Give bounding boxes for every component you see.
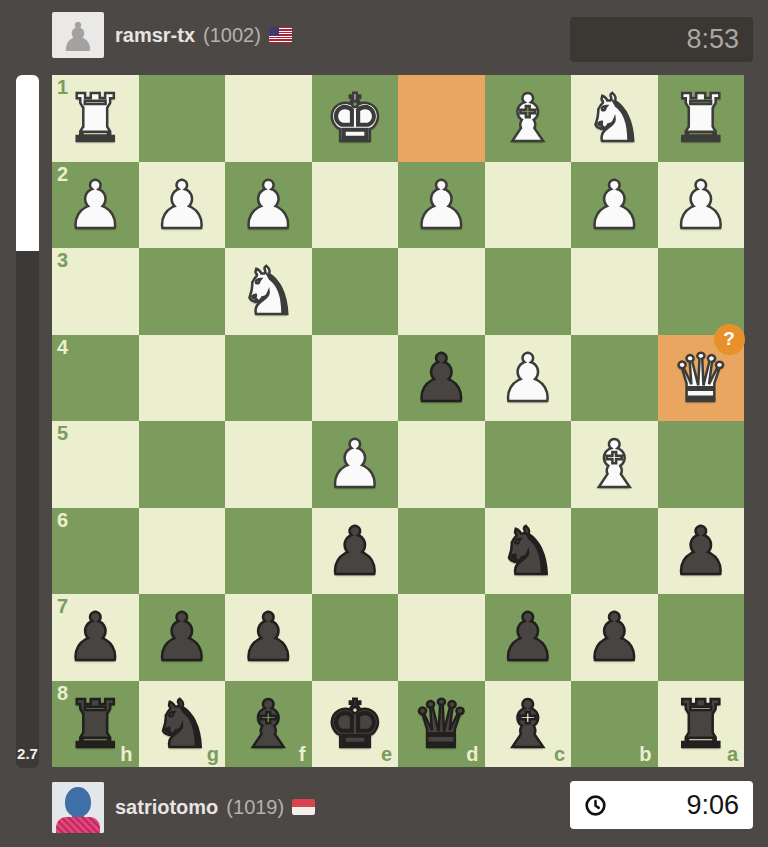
square-f2[interactable]: ♟ — [225, 162, 312, 249]
square-d5[interactable] — [398, 421, 485, 508]
square-c6[interactable]: ♞ — [485, 508, 572, 595]
square-g6[interactable] — [139, 508, 226, 595]
white-pawn-piece[interactable]: ♟ — [66, 163, 125, 249]
black-pawn-piece[interactable]: ♟ — [585, 595, 644, 681]
square-c7[interactable]: ♟ — [485, 594, 572, 681]
evaluation-score: 2.7 — [10, 745, 45, 762]
square-e4[interactable] — [312, 335, 399, 422]
square-h8[interactable]: 8h♜ — [52, 681, 139, 768]
square-e8[interactable]: e♚ — [312, 681, 399, 768]
square-c4[interactable]: ♟ — [485, 335, 572, 422]
top-player-clock: 8:53 — [570, 17, 753, 62]
square-g2[interactable]: ♟ — [139, 162, 226, 249]
square-b4[interactable] — [571, 335, 658, 422]
white-pawn-piece[interactable]: ♟ — [671, 163, 730, 249]
square-c8[interactable]: c♝ — [485, 681, 572, 768]
black-bishop-piece[interactable]: ♝ — [498, 682, 557, 768]
square-b3[interactable] — [571, 248, 658, 335]
square-d8[interactable]: d♛ — [398, 681, 485, 768]
top-clock-time: 8:53 — [686, 24, 739, 55]
file-label-e: e — [381, 744, 392, 764]
square-d2[interactable]: ♟ — [398, 162, 485, 249]
white-pawn-piece[interactable]: ♟ — [585, 163, 644, 249]
square-g3[interactable] — [139, 248, 226, 335]
black-pawn-piece[interactable]: ♟ — [239, 595, 298, 681]
white-bishop-piece[interactable]: ♝ — [498, 76, 557, 162]
rank-label-8: 8 — [57, 683, 68, 703]
square-f5[interactable] — [225, 421, 312, 508]
square-d6[interactable] — [398, 508, 485, 595]
square-c3[interactable] — [485, 248, 572, 335]
rank-label-1: 1 — [57, 77, 68, 97]
bottom-player-name-row[interactable]: satriotomo (1019) — [115, 790, 315, 824]
united-states-flag-icon — [269, 27, 292, 43]
square-e2[interactable] — [312, 162, 399, 249]
rank-label-6: 6 — [57, 510, 68, 530]
square-e6[interactable]: ♟ — [312, 508, 399, 595]
black-bishop-piece[interactable]: ♝ — [239, 682, 298, 768]
white-pawn-piece[interactable]: ♟ — [152, 163, 211, 249]
square-g4[interactable] — [139, 335, 226, 422]
mistake-badge: ? — [714, 324, 745, 355]
top-player-name-row[interactable]: ramsr-tx (1002) — [115, 18, 292, 52]
white-pawn-piece[interactable]: ♟ — [498, 336, 557, 422]
black-queen-piece[interactable]: ♛ — [412, 682, 471, 768]
square-c2[interactable] — [485, 162, 572, 249]
bottom-clock-time: 9:06 — [686, 790, 739, 821]
evaluation-bar-white-portion — [16, 75, 39, 251]
square-c5[interactable] — [485, 421, 572, 508]
square-h6[interactable]: 6 — [52, 508, 139, 595]
black-knight-piece[interactable]: ♞ — [152, 682, 211, 768]
square-h5[interactable]: 5 — [52, 421, 139, 508]
file-label-f: f — [299, 744, 306, 764]
clock-icon — [584, 794, 607, 817]
bottom-player-bar: satriotomo (1019) 9:06 — [0, 777, 768, 847]
rank-label-4: 4 — [57, 337, 68, 357]
square-d1[interactable] — [398, 75, 485, 162]
file-label-g: g — [207, 744, 219, 764]
white-bishop-piece[interactable]: ♝ — [585, 422, 644, 508]
square-a5[interactable] — [658, 421, 745, 508]
square-a1[interactable]: ♜ — [658, 75, 745, 162]
square-f3[interactable]: ♞ — [225, 248, 312, 335]
top-player-bar: ♟ ramsr-tx (1002) 8:53 — [0, 0, 768, 70]
square-b5[interactable]: ♝ — [571, 421, 658, 508]
top-player-rating: (1002) — [203, 24, 261, 47]
square-g5[interactable] — [139, 421, 226, 508]
black-pawn-piece[interactable]: ♟ — [66, 595, 125, 681]
square-h2[interactable]: 2♟ — [52, 162, 139, 249]
square-h3[interactable]: 3 — [52, 248, 139, 335]
black-rook-piece[interactable]: ♜ — [671, 682, 730, 768]
bottom-player-clock: 9:06 — [570, 781, 753, 829]
square-c1[interactable]: ♝ — [485, 75, 572, 162]
pawn-icon: ♟ — [60, 17, 96, 57]
square-f6[interactable] — [225, 508, 312, 595]
square-h4[interactable]: 4 — [52, 335, 139, 422]
square-d7[interactable] — [398, 594, 485, 681]
square-e7[interactable] — [312, 594, 399, 681]
black-king-piece[interactable]: ♚ — [325, 682, 384, 768]
square-f4[interactable] — [225, 335, 312, 422]
black-pawn-piece[interactable]: ♟ — [498, 595, 557, 681]
square-e1[interactable]: ♚ — [312, 75, 399, 162]
white-knight-piece[interactable]: ♞ — [239, 249, 298, 335]
file-label-c: c — [554, 744, 565, 764]
square-f7[interactable]: ♟ — [225, 594, 312, 681]
square-e3[interactable] — [312, 248, 399, 335]
top-player-name: ramsr-tx — [115, 24, 195, 47]
person-icon — [52, 782, 104, 833]
rank-label-7: 7 — [57, 596, 68, 616]
square-a8[interactable]: a♜ — [658, 681, 745, 768]
square-e5[interactable]: ♟ — [312, 421, 399, 508]
white-knight-piece[interactable]: ♞ — [585, 76, 644, 162]
square-g7[interactable]: ♟ — [139, 594, 226, 681]
square-f8[interactable]: f♝ — [225, 681, 312, 768]
chess-board[interactable]: 1♜♚♝♞♜2♟♟♟♟♟♟3♞4♟♟♛?5♟♝6♟♞♟7♟♟♟♟♟8h♜g♞f♝… — [52, 75, 744, 767]
black-pawn-piece[interactable]: ♟ — [325, 509, 384, 595]
rank-label-2: 2 — [57, 164, 68, 184]
file-label-h: h — [120, 744, 132, 764]
square-g1[interactable] — [139, 75, 226, 162]
square-g8[interactable]: g♞ — [139, 681, 226, 768]
square-b8[interactable]: b — [571, 681, 658, 768]
white-pawn-piece[interactable]: ♟ — [412, 163, 471, 249]
black-pawn-piece[interactable]: ♟ — [412, 336, 471, 422]
square-b1[interactable]: ♞ — [571, 75, 658, 162]
bottom-player-rating: (1019) — [226, 796, 284, 819]
white-rook-piece[interactable]: ♜ — [671, 76, 730, 162]
white-king-piece[interactable]: ♚ — [325, 76, 384, 162]
square-a6[interactable]: ♟ — [658, 508, 745, 595]
square-f1[interactable] — [225, 75, 312, 162]
square-d4[interactable]: ♟ — [398, 335, 485, 422]
square-d3[interactable] — [398, 248, 485, 335]
rank-label-3: 3 — [57, 250, 68, 270]
square-a2[interactable]: ♟ — [658, 162, 745, 249]
square-h1[interactable]: 1♜ — [52, 75, 139, 162]
square-b6[interactable] — [571, 508, 658, 595]
white-pawn-piece[interactable]: ♟ — [239, 163, 298, 249]
file-label-a: a — [727, 744, 738, 764]
black-rook-piece[interactable]: ♜ — [66, 682, 125, 768]
evaluation-bar — [16, 75, 39, 768]
square-a4[interactable]: ♛? — [658, 335, 745, 422]
square-b2[interactable]: ♟ — [571, 162, 658, 249]
top-player-avatar[interactable]: ♟ — [52, 12, 104, 58]
file-label-b: b — [639, 744, 651, 764]
square-a3[interactable] — [658, 248, 745, 335]
white-pawn-piece[interactable]: ♟ — [325, 422, 384, 508]
square-a7[interactable] — [658, 594, 745, 681]
black-pawn-piece[interactable]: ♟ — [671, 509, 730, 595]
file-label-d: d — [466, 744, 478, 764]
rank-label-5: 5 — [57, 423, 68, 443]
black-knight-piece[interactable]: ♞ — [498, 509, 557, 595]
square-h7[interactable]: 7♟ — [52, 594, 139, 681]
black-pawn-piece[interactable]: ♟ — [152, 595, 211, 681]
bottom-player-name: satriotomo — [115, 796, 218, 819]
indonesia-flag-icon — [292, 799, 315, 815]
bottom-player-avatar[interactable] — [52, 782, 104, 833]
white-rook-piece[interactable]: ♜ — [66, 76, 125, 162]
square-b7[interactable]: ♟ — [571, 594, 658, 681]
